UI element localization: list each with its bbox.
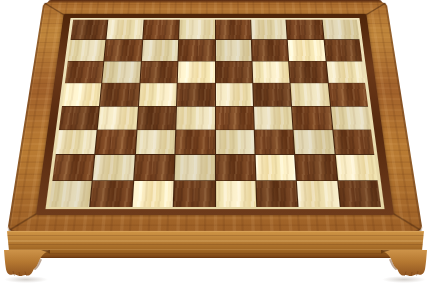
board-square: [335, 155, 377, 180]
board-square: [177, 83, 214, 105]
board-square: [71, 20, 108, 40]
board-square: [52, 155, 94, 180]
board-square: [103, 61, 141, 82]
board-square: [105, 40, 142, 61]
board-square: [252, 40, 289, 61]
board-square: [216, 155, 256, 180]
board-square: [294, 130, 334, 154]
board-square: [256, 181, 297, 207]
board-square: [215, 83, 252, 105]
board-square: [140, 61, 177, 82]
board-square: [215, 20, 250, 40]
board-square: [62, 83, 102, 105]
board-square: [91, 181, 133, 207]
board-square: [292, 106, 332, 129]
board-square: [59, 106, 99, 129]
right-foot: [381, 250, 427, 281]
board-square: [49, 181, 92, 207]
board-square: [96, 130, 136, 154]
board-square: [328, 83, 368, 105]
board-square: [252, 61, 289, 82]
board-square: [179, 20, 214, 40]
board-grid: [49, 20, 381, 207]
board-square: [253, 83, 291, 105]
board-square: [98, 106, 138, 129]
board-square: [179, 40, 215, 61]
board-square: [137, 106, 176, 129]
board-square: [56, 130, 97, 154]
board-square: [322, 20, 359, 40]
board-square: [295, 155, 336, 180]
board-square: [251, 20, 287, 40]
board-square: [291, 83, 330, 105]
board-square: [93, 155, 134, 180]
product-photo: [0, 0, 431, 283]
board-square: [287, 20, 324, 40]
board-square: [132, 181, 173, 207]
board-square: [100, 83, 139, 105]
board-square: [216, 130, 255, 154]
board-square: [331, 106, 371, 129]
board-square: [107, 20, 144, 40]
board-square: [134, 155, 175, 180]
board-square: [142, 40, 179, 61]
board-square: [289, 61, 327, 82]
board-square: [255, 155, 296, 180]
board-square: [65, 61, 104, 82]
board-square: [215, 40, 251, 61]
board-square: [68, 40, 106, 61]
board-square: [143, 20, 179, 40]
board-square: [178, 61, 215, 82]
board-square: [254, 106, 293, 129]
board-square: [174, 181, 215, 207]
board-square: [216, 181, 257, 207]
chess-board: [7, 2, 423, 233]
board-square: [288, 40, 325, 61]
board-square: [176, 106, 214, 129]
board-square: [136, 130, 176, 154]
board-square: [326, 61, 365, 82]
board-square: [176, 130, 215, 154]
board-square: [216, 106, 254, 129]
board-square: [297, 181, 339, 207]
left-foot: [4, 250, 50, 281]
board-square: [139, 83, 177, 105]
board-square: [175, 155, 215, 180]
board-square: [333, 130, 374, 154]
board-square: [255, 130, 295, 154]
board-apron: [7, 231, 424, 258]
board-square: [215, 61, 252, 82]
board-square: [338, 181, 381, 207]
board-square: [324, 40, 362, 61]
